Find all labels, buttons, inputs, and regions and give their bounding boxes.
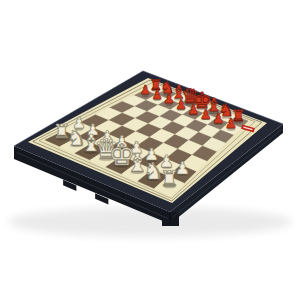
chess-set-photo: ♜♞♟♝♟♛♟♚♟♝♟♞♟♜♟♟♟♟♜♟♞♟♝♟♛♟♚♟♝♟♞♜ bbox=[0, 0, 300, 300]
piece-red-pawn[interactable]: ♟ bbox=[140, 84, 151, 97]
piece-red-pawn[interactable]: ♟ bbox=[225, 117, 237, 131]
piece-white-rook[interactable]: ♜ bbox=[160, 168, 179, 190]
piece-red-pawn[interactable]: ♟ bbox=[151, 89, 162, 102]
piece-red-pawn[interactable]: ♟ bbox=[175, 98, 187, 111]
piece-red-pawn[interactable]: ♟ bbox=[212, 112, 224, 126]
piece-red-pawn[interactable]: ♟ bbox=[163, 93, 175, 106]
piece-red-pawn[interactable]: ♟ bbox=[187, 103, 199, 116]
piece-red-pawn[interactable]: ♟ bbox=[200, 107, 212, 120]
